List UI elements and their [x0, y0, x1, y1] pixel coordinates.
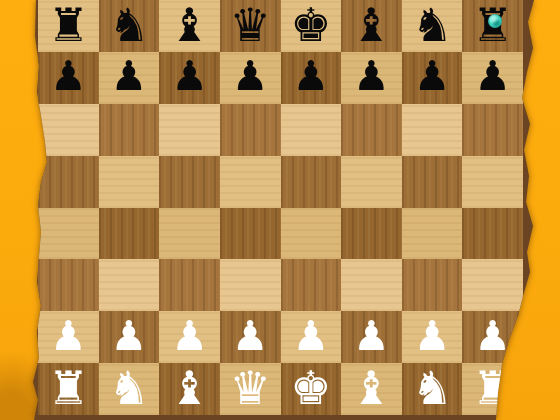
square-f8[interactable]: ♝ [341, 0, 402, 52]
square-h3[interactable] [462, 259, 523, 311]
black-pawn-piece[interactable]: ♟ [353, 56, 390, 97]
square-b8[interactable]: ♞ [99, 0, 160, 52]
square-f2[interactable]: ♟ [341, 311, 402, 363]
square-c2[interactable]: ♟ [159, 311, 220, 363]
black-pawn-piece[interactable]: ♟ [232, 56, 269, 97]
white-king-piece[interactable]: ♚ [290, 365, 331, 411]
black-pawn-piece[interactable]: ♟ [50, 56, 87, 97]
square-b6[interactable] [99, 104, 160, 156]
square-e2[interactable]: ♟ [281, 311, 342, 363]
square-c7[interactable]: ♟ [159, 52, 220, 104]
white-bishop-piece[interactable]: ♝ [351, 365, 392, 411]
square-c6[interactable] [159, 104, 220, 156]
square-e4[interactable] [281, 208, 342, 260]
square-h7[interactable]: ♟ [462, 52, 523, 104]
square-a7[interactable]: ♟ [38, 52, 99, 104]
square-g1[interactable]: ♞ [402, 363, 463, 415]
square-e6[interactable] [281, 104, 342, 156]
square-a4[interactable] [38, 208, 99, 260]
square-b5[interactable] [99, 156, 160, 208]
white-pawn-piece[interactable]: ♟ [232, 316, 269, 357]
square-g3[interactable] [402, 259, 463, 311]
white-queen-piece[interactable]: ♛ [230, 365, 271, 411]
square-f5[interactable] [341, 156, 402, 208]
square-g8[interactable]: ♞ [402, 0, 463, 52]
black-rook-piece[interactable]: ♜ [48, 2, 89, 48]
square-a1[interactable]: ♜ [38, 363, 99, 415]
board-grid: ♜♞♝♛♚♝♞♜♟♟♟♟♟♟♟♟♟♟♟♟♟♟♟♟♜♞♝♛♚♝♞♜ [38, 0, 523, 415]
white-pawn-piece[interactable]: ♟ [414, 316, 451, 357]
white-pawn-piece[interactable]: ♟ [353, 316, 390, 357]
square-b7[interactable]: ♟ [99, 52, 160, 104]
white-bishop-piece[interactable]: ♝ [169, 365, 210, 411]
square-a6[interactable] [38, 104, 99, 156]
black-pawn-piece[interactable]: ♟ [414, 56, 451, 97]
square-f6[interactable] [341, 104, 402, 156]
square-d2[interactable]: ♟ [220, 311, 281, 363]
square-a2[interactable]: ♟ [38, 311, 99, 363]
square-c8[interactable]: ♝ [159, 0, 220, 52]
square-d5[interactable] [220, 156, 281, 208]
white-pawn-piece[interactable]: ♟ [111, 316, 148, 357]
square-b1[interactable]: ♞ [99, 363, 160, 415]
square-d6[interactable] [220, 104, 281, 156]
white-knight-piece[interactable]: ♞ [108, 365, 149, 411]
square-h6[interactable] [462, 104, 523, 156]
white-pawn-piece[interactable]: ♟ [292, 316, 329, 357]
white-rook-piece[interactable]: ♜ [472, 365, 513, 411]
square-g6[interactable] [402, 104, 463, 156]
black-bishop-piece[interactable]: ♝ [169, 2, 210, 48]
square-h2[interactable]: ♟ [462, 311, 523, 363]
square-g4[interactable] [402, 208, 463, 260]
square-f7[interactable]: ♟ [341, 52, 402, 104]
square-c3[interactable] [159, 259, 220, 311]
square-a3[interactable] [38, 259, 99, 311]
square-e7[interactable]: ♟ [281, 52, 342, 104]
square-g7[interactable]: ♟ [402, 52, 463, 104]
black-queen-piece[interactable]: ♛ [230, 2, 271, 48]
square-e3[interactable] [281, 259, 342, 311]
square-d7[interactable]: ♟ [220, 52, 281, 104]
square-d8[interactable]: ♛ [220, 0, 281, 52]
chess-board: ♜♞♝♛♚♝♞♜♟♟♟♟♟♟♟♟♟♟♟♟♟♟♟♟♜♞♝♛♚♝♞♜ [30, 0, 537, 420]
square-b4[interactable] [99, 208, 160, 260]
white-pawn-piece[interactable]: ♟ [171, 316, 208, 357]
cursor-marker-icon [488, 14, 502, 28]
black-pawn-piece[interactable]: ♟ [171, 56, 208, 97]
square-f1[interactable]: ♝ [341, 363, 402, 415]
app-background: ♜♞♝♛♚♝♞♜♟♟♟♟♟♟♟♟♟♟♟♟♟♟♟♟♜♞♝♛♚♝♞♜ [0, 0, 560, 420]
square-c5[interactable] [159, 156, 220, 208]
square-g2[interactable]: ♟ [402, 311, 463, 363]
square-e5[interactable] [281, 156, 342, 208]
square-f4[interactable] [341, 208, 402, 260]
square-a5[interactable] [38, 156, 99, 208]
square-d1[interactable]: ♛ [220, 363, 281, 415]
square-e8[interactable]: ♚ [281, 0, 342, 52]
black-king-piece[interactable]: ♚ [290, 2, 331, 48]
white-knight-piece[interactable]: ♞ [411, 365, 452, 411]
board-shadow: ♜♞♝♛♚♝♞♜♟♟♟♟♟♟♟♟♟♟♟♟♟♟♟♟♜♞♝♛♚♝♞♜ [0, 0, 560, 420]
square-h4[interactable] [462, 208, 523, 260]
square-h1[interactable]: ♜ [462, 363, 523, 415]
square-e1[interactable]: ♚ [281, 363, 342, 415]
black-bishop-piece[interactable]: ♝ [351, 2, 392, 48]
black-knight-piece[interactable]: ♞ [411, 2, 452, 48]
square-d3[interactable] [220, 259, 281, 311]
white-pawn-piece[interactable]: ♟ [474, 316, 511, 357]
square-b2[interactable]: ♟ [99, 311, 160, 363]
square-b3[interactable] [99, 259, 160, 311]
black-pawn-piece[interactable]: ♟ [111, 56, 148, 97]
square-d4[interactable] [220, 208, 281, 260]
white-pawn-piece[interactable]: ♟ [50, 316, 87, 357]
white-rook-piece[interactable]: ♜ [48, 365, 89, 411]
square-a8[interactable]: ♜ [38, 0, 99, 52]
square-c4[interactable] [159, 208, 220, 260]
square-g5[interactable] [402, 156, 463, 208]
black-knight-piece[interactable]: ♞ [108, 2, 149, 48]
square-c1[interactable]: ♝ [159, 363, 220, 415]
black-pawn-piece[interactable]: ♟ [474, 56, 511, 97]
square-f3[interactable] [341, 259, 402, 311]
black-pawn-piece[interactable]: ♟ [292, 56, 329, 97]
square-h5[interactable] [462, 156, 523, 208]
